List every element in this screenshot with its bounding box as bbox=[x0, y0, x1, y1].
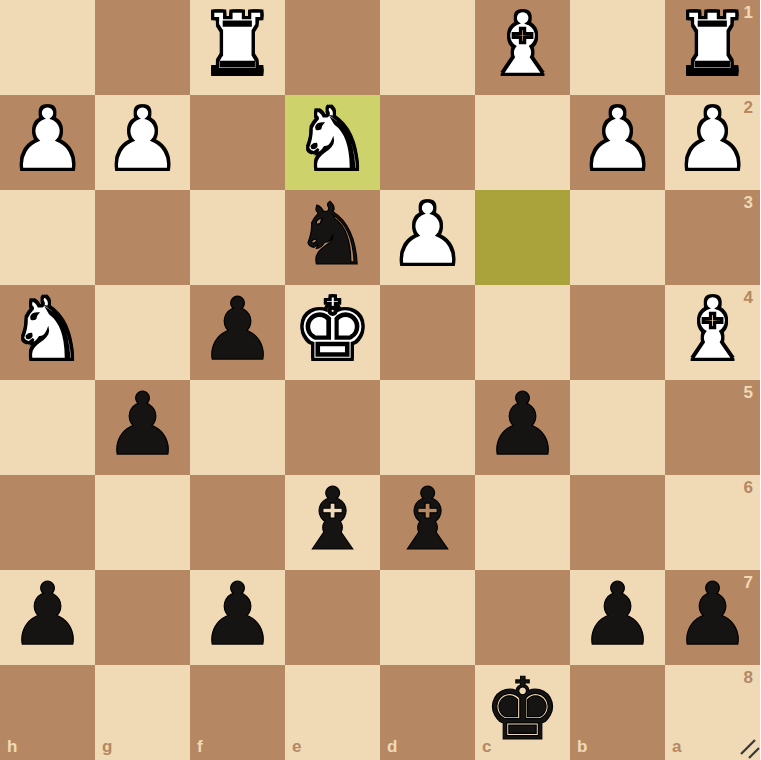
white-bishop-c1[interactable]: ♝ bbox=[475, 0, 570, 92]
rank-label-5: 5 bbox=[744, 383, 753, 403]
square-d4[interactable] bbox=[380, 285, 475, 380]
square-b8[interactable]: b bbox=[570, 665, 665, 760]
white-knight-e2[interactable]: ♞ bbox=[285, 92, 380, 187]
square-e8[interactable]: e bbox=[285, 665, 380, 760]
black-pawn-f4[interactable]: ♟ bbox=[190, 282, 285, 377]
file-label-d: d bbox=[387, 737, 397, 757]
square-f3[interactable] bbox=[190, 190, 285, 285]
square-e4[interactable]: ♚ bbox=[285, 285, 380, 380]
square-f6[interactable] bbox=[190, 475, 285, 570]
chess-board: ♜♝♜1♟♟♞♟♟2♞♟3♞♟♚♝4♟♟5♝♝6♟♟♟♟7hgfed♚cb8a bbox=[0, 0, 760, 760]
white-pawn-g2[interactable]: ♟ bbox=[95, 92, 190, 187]
black-pawn-b7[interactable]: ♟ bbox=[570, 567, 665, 662]
square-e3[interactable]: ♞ bbox=[285, 190, 380, 285]
square-b2[interactable]: ♟ bbox=[570, 95, 665, 190]
square-h2[interactable]: ♟ bbox=[0, 95, 95, 190]
square-a1[interactable]: ♜1 bbox=[665, 0, 760, 95]
square-b6[interactable] bbox=[570, 475, 665, 570]
square-b3[interactable] bbox=[570, 190, 665, 285]
square-d7[interactable] bbox=[380, 570, 475, 665]
white-pawn-d3[interactable]: ♟ bbox=[380, 187, 475, 282]
square-a2[interactable]: ♟2 bbox=[665, 95, 760, 190]
white-knight-h4[interactable]: ♞ bbox=[0, 282, 95, 377]
square-h1[interactable] bbox=[0, 0, 95, 95]
square-e2[interactable]: ♞ bbox=[285, 95, 380, 190]
square-h6[interactable] bbox=[0, 475, 95, 570]
square-c1[interactable]: ♝ bbox=[475, 0, 570, 95]
black-pawn-c5[interactable]: ♟ bbox=[475, 377, 570, 472]
file-label-c: c bbox=[482, 737, 491, 757]
square-f2[interactable] bbox=[190, 95, 285, 190]
rank-label-2: 2 bbox=[744, 98, 753, 118]
square-f4[interactable]: ♟ bbox=[190, 285, 285, 380]
square-c7[interactable] bbox=[475, 570, 570, 665]
rank-label-6: 6 bbox=[744, 478, 753, 498]
square-d6[interactable]: ♝ bbox=[380, 475, 475, 570]
file-label-a: a bbox=[672, 737, 681, 757]
white-pawn-h2[interactable]: ♟ bbox=[0, 92, 95, 187]
black-bishop-e6[interactable]: ♝ bbox=[285, 472, 380, 567]
black-pawn-h7[interactable]: ♟ bbox=[0, 567, 95, 662]
square-g4[interactable] bbox=[95, 285, 190, 380]
square-c6[interactable] bbox=[475, 475, 570, 570]
square-h5[interactable] bbox=[0, 380, 95, 475]
black-knight-e3[interactable]: ♞ bbox=[285, 187, 380, 282]
black-pawn-f7[interactable]: ♟ bbox=[190, 567, 285, 662]
square-e5[interactable] bbox=[285, 380, 380, 475]
square-c4[interactable] bbox=[475, 285, 570, 380]
square-h4[interactable]: ♞ bbox=[0, 285, 95, 380]
square-g3[interactable] bbox=[95, 190, 190, 285]
square-a4[interactable]: ♝4 bbox=[665, 285, 760, 380]
square-h7[interactable]: ♟ bbox=[0, 570, 95, 665]
file-label-h: h bbox=[7, 737, 17, 757]
square-h3[interactable] bbox=[0, 190, 95, 285]
square-a3[interactable]: 3 bbox=[665, 190, 760, 285]
square-g8[interactable]: g bbox=[95, 665, 190, 760]
square-a7[interactable]: ♟7 bbox=[665, 570, 760, 665]
file-label-g: g bbox=[102, 737, 112, 757]
file-label-b: b bbox=[577, 737, 587, 757]
white-rook-f1[interactable]: ♜ bbox=[190, 0, 285, 92]
square-g6[interactable] bbox=[95, 475, 190, 570]
square-c8[interactable]: ♚c bbox=[475, 665, 570, 760]
square-c5[interactable]: ♟ bbox=[475, 380, 570, 475]
square-f7[interactable]: ♟ bbox=[190, 570, 285, 665]
square-e7[interactable] bbox=[285, 570, 380, 665]
file-label-e: e bbox=[292, 737, 301, 757]
square-d1[interactable] bbox=[380, 0, 475, 95]
square-f5[interactable] bbox=[190, 380, 285, 475]
square-c3[interactable] bbox=[475, 190, 570, 285]
square-e1[interactable] bbox=[285, 0, 380, 95]
square-f8[interactable]: f bbox=[190, 665, 285, 760]
rank-label-3: 3 bbox=[744, 193, 753, 213]
square-b7[interactable]: ♟ bbox=[570, 570, 665, 665]
white-king-e4[interactable]: ♚ bbox=[285, 282, 380, 377]
rank-label-1: 1 bbox=[744, 3, 753, 23]
square-d5[interactable] bbox=[380, 380, 475, 475]
square-d2[interactable] bbox=[380, 95, 475, 190]
rank-label-4: 4 bbox=[744, 288, 753, 308]
square-e6[interactable]: ♝ bbox=[285, 475, 380, 570]
rank-label-8: 8 bbox=[744, 668, 753, 688]
square-a6[interactable]: 6 bbox=[665, 475, 760, 570]
square-a5[interactable]: 5 bbox=[665, 380, 760, 475]
rank-label-7: 7 bbox=[744, 573, 753, 593]
black-pawn-g5[interactable]: ♟ bbox=[95, 377, 190, 472]
square-h8[interactable]: h bbox=[0, 665, 95, 760]
square-g5[interactable]: ♟ bbox=[95, 380, 190, 475]
square-g7[interactable] bbox=[95, 570, 190, 665]
square-b5[interactable] bbox=[570, 380, 665, 475]
square-d8[interactable]: d bbox=[380, 665, 475, 760]
square-c2[interactable] bbox=[475, 95, 570, 190]
file-label-f: f bbox=[197, 737, 203, 757]
square-b1[interactable] bbox=[570, 0, 665, 95]
black-bishop-d6[interactable]: ♝ bbox=[380, 472, 475, 567]
square-b4[interactable] bbox=[570, 285, 665, 380]
square-d3[interactable]: ♟ bbox=[380, 190, 475, 285]
square-g2[interactable]: ♟ bbox=[95, 95, 190, 190]
white-pawn-b2[interactable]: ♟ bbox=[570, 92, 665, 187]
board-resize-handle-icon[interactable] bbox=[738, 737, 760, 759]
square-f1[interactable]: ♜ bbox=[190, 0, 285, 95]
square-g1[interactable] bbox=[95, 0, 190, 95]
